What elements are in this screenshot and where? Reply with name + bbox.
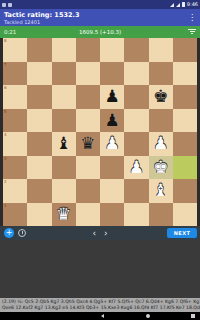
engine-analysis-strip: (2.19) ½: Qc5 2.Qb5 Kg7 3.Qh5 Qxc4 4.Qg5… xyxy=(0,298,200,312)
square-e2[interactable] xyxy=(100,179,124,203)
square-g2[interactable]: ♝ xyxy=(149,179,173,203)
square-g3[interactable]: ♚ xyxy=(149,156,173,180)
filter-icon[interactable] xyxy=(188,29,196,34)
square-f3[interactable]: ♟ xyxy=(124,156,148,180)
square-d5[interactable] xyxy=(76,109,100,133)
rank-label: 2 xyxy=(4,179,7,184)
square-b8[interactable] xyxy=(27,38,51,62)
notification-icon-2 xyxy=(8,3,12,7)
piece-white-queen[interactable]: ♛ xyxy=(56,205,71,222)
piece-white-pawn[interactable]: ♟ xyxy=(129,158,144,175)
status-time: 9:46 xyxy=(187,2,198,7)
next-move-button[interactable]: › xyxy=(104,227,108,239)
cellular-signal-icon xyxy=(170,3,174,7)
piece-white-pawn[interactable]: ♟ xyxy=(105,135,120,152)
square-h7[interactable] xyxy=(173,62,197,86)
board-frame: 876♟♚5♟4♝♛♟♟3♟♚2♝1♛ xyxy=(0,38,200,226)
square-f6[interactable] xyxy=(124,85,148,109)
square-h2[interactable] xyxy=(173,179,197,203)
move-navigation: ‹ › xyxy=(92,227,107,239)
back-icon[interactable] xyxy=(101,314,104,318)
rank-label: 3 xyxy=(4,156,7,161)
square-e8[interactable] xyxy=(100,38,124,62)
engine-line-2: Qxe6 12.Kxf2 Kg7 13.Kg2 e5 14.Kf3 Qb3+ 1… xyxy=(2,305,198,311)
piece-white-pawn[interactable]: ♟ xyxy=(153,135,168,152)
android-nav-bar xyxy=(0,312,200,320)
piece-black-king[interactable]: ♚ xyxy=(153,88,168,105)
square-f8[interactable] xyxy=(124,38,148,62)
square-c1[interactable]: ♛ xyxy=(52,203,76,227)
square-g7[interactable] xyxy=(149,62,173,86)
battery-icon xyxy=(182,2,185,7)
square-h3[interactable] xyxy=(173,156,197,180)
puzzle-rating: 1609.5 (+10.3) xyxy=(79,29,121,35)
rank-label: 1 xyxy=(4,203,7,208)
piece-black-bishop[interactable]: ♝ xyxy=(56,135,71,152)
rank-label: 7 xyxy=(4,62,7,67)
piece-white-bishop[interactable]: ♝ xyxy=(153,182,168,199)
status-bar: 9:46 xyxy=(0,0,200,9)
square-h6[interactable] xyxy=(173,85,197,109)
square-a2[interactable]: 2 xyxy=(3,179,27,203)
notification-icon xyxy=(2,3,6,7)
square-b5[interactable] xyxy=(27,109,51,133)
square-e7[interactable] xyxy=(100,62,124,86)
square-b6[interactable] xyxy=(27,85,51,109)
square-h4[interactable] xyxy=(173,132,197,156)
elapsed-time: 0:21 xyxy=(4,29,16,35)
square-b4[interactable] xyxy=(27,132,51,156)
square-d7[interactable] xyxy=(76,62,100,86)
square-f5[interactable] xyxy=(124,109,148,133)
square-c4[interactable]: ♝ xyxy=(52,132,76,156)
square-d3[interactable] xyxy=(76,156,100,180)
square-e5[interactable]: ♟ xyxy=(100,109,124,133)
square-h1[interactable] xyxy=(173,203,197,227)
square-g5[interactable] xyxy=(149,109,173,133)
recents-icon[interactable] xyxy=(191,314,195,318)
square-a6[interactable]: 6 xyxy=(3,85,27,109)
status-notification-area xyxy=(2,3,12,7)
square-g6[interactable]: ♚ xyxy=(149,85,173,109)
square-g4[interactable]: ♟ xyxy=(149,132,173,156)
chess-board[interactable]: 876♟♚5♟4♝♛♟♟3♟♚2♝1♛ xyxy=(3,38,197,226)
home-icon[interactable] xyxy=(146,314,150,318)
square-d2[interactable] xyxy=(76,179,100,203)
tactic-rating-title: Tactic rating: 1532.3 xyxy=(4,11,79,19)
square-e6[interactable]: ♟ xyxy=(100,85,124,109)
rank-label: 8 xyxy=(4,38,7,43)
piece-black-queen[interactable]: ♛ xyxy=(80,135,95,152)
square-a5[interactable]: 5 xyxy=(3,109,27,133)
square-b2[interactable] xyxy=(27,179,51,203)
rank-label: 4 xyxy=(4,132,7,137)
piece-black-pawn[interactable]: ♟ xyxy=(105,111,120,128)
square-c2[interactable] xyxy=(52,179,76,203)
square-e4[interactable]: ♟ xyxy=(100,132,124,156)
square-f1[interactable] xyxy=(124,203,148,227)
rank-label: 6 xyxy=(4,85,7,90)
square-a7[interactable]: 7 xyxy=(3,62,27,86)
square-h5[interactable] xyxy=(173,109,197,133)
new-puzzle-button[interactable]: + xyxy=(4,228,14,238)
square-c6[interactable] xyxy=(52,85,76,109)
screen: 9:46 Tactic rating: 1532.3 Tackled 12401… xyxy=(0,0,200,320)
square-g8[interactable] xyxy=(149,38,173,62)
square-b7[interactable] xyxy=(27,62,51,86)
next-button[interactable]: NEXT xyxy=(167,228,197,238)
square-d1[interactable] xyxy=(76,203,100,227)
app-bar: Tactic rating: 1532.3 Tackled 12401 ⋮ xyxy=(0,9,200,26)
prev-move-button[interactable]: ‹ xyxy=(92,227,96,239)
square-d8[interactable] xyxy=(76,38,100,62)
square-c7[interactable] xyxy=(52,62,76,86)
square-d4[interactable]: ♛ xyxy=(76,132,100,156)
square-d6[interactable] xyxy=(76,85,100,109)
piece-white-king[interactable]: ♚ xyxy=(153,158,168,175)
square-a3[interactable]: 3 xyxy=(3,156,27,180)
piece-black-pawn[interactable]: ♟ xyxy=(105,88,120,105)
square-b3[interactable] xyxy=(27,156,51,180)
square-a8[interactable]: 8 xyxy=(3,38,27,62)
overflow-menu-icon[interactable]: ⋮ xyxy=(188,14,196,22)
puzzle-toolbar: + ‹ › NEXT xyxy=(0,226,200,240)
rank-label: 5 xyxy=(4,109,7,114)
square-e3[interactable] xyxy=(100,156,124,180)
timer-bar: 0:21 1609.5 (+10.3) xyxy=(0,26,200,38)
square-a4[interactable]: 4 xyxy=(3,132,27,156)
wifi-icon xyxy=(176,3,180,7)
background-area xyxy=(0,240,200,298)
status-system-area: 9:46 xyxy=(170,2,198,7)
clock-icon[interactable] xyxy=(18,229,26,237)
square-h8[interactable] xyxy=(173,38,197,62)
square-c3[interactable] xyxy=(52,156,76,180)
square-c5[interactable] xyxy=(52,109,76,133)
app-bar-titles: Tactic rating: 1532.3 Tackled 12401 xyxy=(4,11,79,25)
square-f7[interactable] xyxy=(124,62,148,86)
square-b1[interactable] xyxy=(27,203,51,227)
tackled-subtitle: Tackled 12401 xyxy=(4,19,79,25)
square-f4[interactable] xyxy=(124,132,148,156)
square-f2[interactable] xyxy=(124,179,148,203)
square-e1[interactable] xyxy=(100,203,124,227)
square-c8[interactable] xyxy=(52,38,76,62)
square-g1[interactable] xyxy=(149,203,173,227)
square-a1[interactable]: 1 xyxy=(3,203,27,227)
